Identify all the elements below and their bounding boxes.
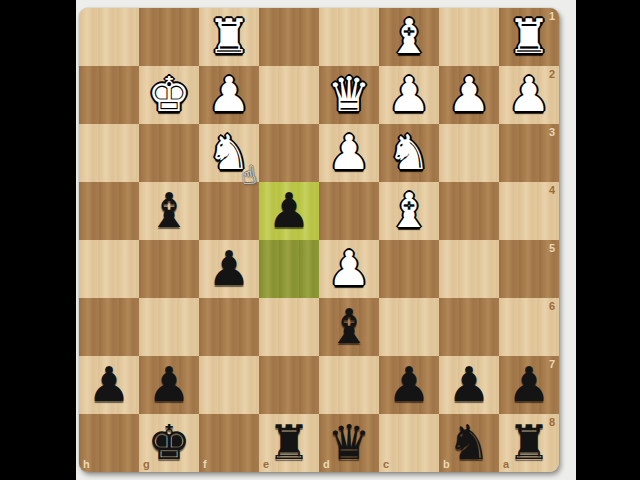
square-a8[interactable]: ♜a8 (499, 414, 559, 472)
square-e8[interactable]: ♜e (259, 414, 319, 472)
piece-black-pawn[interactable]: ♟ (87, 360, 130, 408)
square-e4[interactable]: ♟ (259, 182, 319, 240)
piece-white-pawn[interactable]: ♟ (327, 244, 370, 292)
piece-black-pawn[interactable]: ♟ (207, 244, 250, 292)
piece-black-pawn[interactable]: ♟ (387, 360, 430, 408)
piece-black-pawn[interactable]: ♟ (147, 360, 190, 408)
piece-white-bishop[interactable]: ♝ (387, 12, 430, 60)
piece-white-pawn[interactable]: ♟ (207, 70, 250, 118)
square-c2[interactable]: ♟ (379, 66, 439, 124)
piece-white-pawn[interactable]: ♟ (447, 70, 490, 118)
square-h1[interactable] (79, 8, 139, 66)
square-h7[interactable]: ♟ (79, 356, 139, 414)
square-e7[interactable] (259, 356, 319, 414)
piece-black-rook[interactable]: ♜ (507, 418, 550, 466)
file-label-f: f (203, 458, 207, 470)
square-d8[interactable]: ♛d (319, 414, 379, 472)
piece-black-pawn[interactable]: ♟ (447, 360, 490, 408)
square-c3[interactable]: ♞ (379, 124, 439, 182)
rank-label-6: 6 (549, 300, 555, 312)
rank-label-5: 5 (549, 242, 555, 254)
square-g7[interactable]: ♟ (139, 356, 199, 414)
piece-white-king[interactable]: ♚ (147, 70, 190, 118)
chess-board[interactable]: ♜♝♜1♚♟♛♟♟♟2♞♟♞3♝♟♝4♟♟5♝6♟♟♟♟♟7h♚gf♜e♛dc♞… (79, 8, 559, 472)
square-c4[interactable]: ♝ (379, 182, 439, 240)
square-b1[interactable] (439, 8, 499, 66)
piece-black-pawn[interactable]: ♟ (507, 360, 550, 408)
piece-white-pawn[interactable]: ♟ (507, 70, 550, 118)
square-b4[interactable] (439, 182, 499, 240)
square-d2[interactable]: ♛ (319, 66, 379, 124)
piece-white-bishop[interactable]: ♝ (387, 186, 430, 234)
square-e3[interactable] (259, 124, 319, 182)
piece-white-pawn[interactable]: ♟ (387, 70, 430, 118)
square-f4[interactable] (199, 182, 259, 240)
square-h5[interactable] (79, 240, 139, 298)
file-label-c: c (383, 458, 389, 470)
square-e6[interactable] (259, 298, 319, 356)
square-d6[interactable]: ♝ (319, 298, 379, 356)
square-f1[interactable]: ♜ (199, 8, 259, 66)
square-h3[interactable] (79, 124, 139, 182)
square-a6[interactable]: 6 (499, 298, 559, 356)
file-label-h: h (83, 458, 90, 470)
piece-white-pawn[interactable]: ♟ (327, 128, 370, 176)
square-f8[interactable]: f (199, 414, 259, 472)
square-g2[interactable]: ♚ (139, 66, 199, 124)
piece-black-pawn[interactable]: ♟ (267, 186, 310, 234)
square-f2[interactable]: ♟ (199, 66, 259, 124)
piece-white-rook[interactable]: ♜ (207, 12, 250, 60)
rank-label-3: 3 (549, 126, 555, 138)
square-h2[interactable] (79, 66, 139, 124)
piece-black-knight[interactable]: ♞ (447, 418, 490, 466)
piece-white-rook[interactable]: ♜ (507, 12, 550, 60)
piece-white-knight[interactable]: ♞ (207, 128, 250, 176)
square-c6[interactable] (379, 298, 439, 356)
square-d3[interactable]: ♟ (319, 124, 379, 182)
square-b5[interactable] (439, 240, 499, 298)
square-a3[interactable]: 3 (499, 124, 559, 182)
square-b8[interactable]: ♞b (439, 414, 499, 472)
square-d1[interactable] (319, 8, 379, 66)
square-g1[interactable] (139, 8, 199, 66)
piece-black-queen[interactable]: ♛ (327, 418, 370, 466)
square-h4[interactable] (79, 182, 139, 240)
square-g6[interactable] (139, 298, 199, 356)
square-b6[interactable] (439, 298, 499, 356)
square-a4[interactable]: 4 (499, 182, 559, 240)
piece-black-king[interactable]: ♚ (147, 418, 190, 466)
piece-white-knight[interactable]: ♞ (387, 128, 430, 176)
square-a5[interactable]: 5 (499, 240, 559, 298)
piece-black-rook[interactable]: ♜ (267, 418, 310, 466)
piece-black-bishop[interactable]: ♝ (147, 186, 190, 234)
piece-black-bishop[interactable]: ♝ (327, 302, 370, 350)
letterbox-left (0, 0, 76, 480)
square-g8[interactable]: ♚g (139, 414, 199, 472)
piece-white-queen[interactable]: ♛ (327, 70, 370, 118)
square-c1[interactable]: ♝ (379, 8, 439, 66)
square-f7[interactable] (199, 356, 259, 414)
square-f5[interactable]: ♟ (199, 240, 259, 298)
square-f3[interactable]: ♞ (199, 124, 259, 182)
square-b3[interactable] (439, 124, 499, 182)
square-g4[interactable]: ♝ (139, 182, 199, 240)
rank-label-4: 4 (549, 184, 555, 196)
square-a1[interactable]: ♜1 (499, 8, 559, 66)
square-d4[interactable] (319, 182, 379, 240)
square-h8[interactable]: h (79, 414, 139, 472)
square-g3[interactable] (139, 124, 199, 182)
square-d7[interactable] (319, 356, 379, 414)
square-b2[interactable]: ♟ (439, 66, 499, 124)
square-g5[interactable] (139, 240, 199, 298)
square-b7[interactable]: ♟ (439, 356, 499, 414)
square-a2[interactable]: ♟2 (499, 66, 559, 124)
square-d5[interactable]: ♟ (319, 240, 379, 298)
square-e2[interactable] (259, 66, 319, 124)
square-a7[interactable]: ♟7 (499, 356, 559, 414)
square-h6[interactable] (79, 298, 139, 356)
square-e5[interactable] (259, 240, 319, 298)
square-c7[interactable]: ♟ (379, 356, 439, 414)
page-background: ♜♝♜1♚♟♛♟♟♟2♞♟♞3♝♟♝4♟♟5♝6♟♟♟♟♟7h♚gf♜e♛dc♞… (76, 0, 576, 480)
square-f6[interactable] (199, 298, 259, 356)
square-e1[interactable] (259, 8, 319, 66)
square-c8[interactable]: c (379, 414, 439, 472)
letterbox-right (576, 0, 640, 480)
square-c5[interactable] (379, 240, 439, 298)
